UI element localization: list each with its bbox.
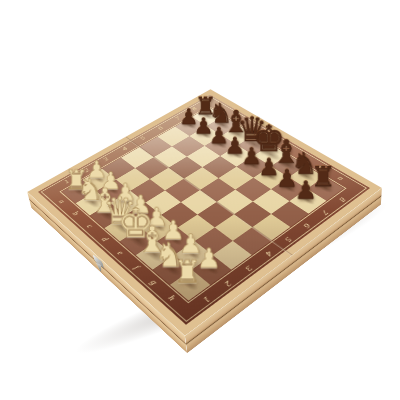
piece-black-pawn-h7[interactable]: ♟ [291,190,325,212]
perspective-wrapper: aabbccddeeffgghh1122334455667788 ♜♞♝♛♚♝♞… [0,0,400,400]
piece-glyph: ♟ [283,178,329,203]
piece-glyph: ♜ [162,256,213,287]
file-label-top-e: e [259,130,277,141]
chess-box: aabbccddeeffgghh1122334455667788 ♜♞♝♛♚♝♞… [27,89,382,336]
product-photo-scene: aabbccddeeffgghh1122334455667788 ♜♞♝♛♚♝♞… [0,0,400,400]
rank-label-left-6: 6 [152,123,170,134]
rank-label-left-3: 3 [97,154,116,166]
file-label-top-f: f [243,121,261,132]
file-label-top-h: h [213,103,230,113]
camera-roll-wrapper: aabbccddeeffgghh1122334455667788 ♜♞♝♛♚♝♞… [0,0,400,400]
rank-label-left-5: 5 [135,133,153,144]
file-label-top-g: g [228,112,246,122]
file-label-top-d: d [276,140,295,152]
rank-label-left-7: 7 [170,113,188,124]
piece-white-rook-h1[interactable]: ♜ [174,271,207,298]
rank-label-left-8: 8 [187,104,204,114]
rank-label-left-4: 4 [116,143,134,155]
file-label-top-c: c [293,150,312,162]
